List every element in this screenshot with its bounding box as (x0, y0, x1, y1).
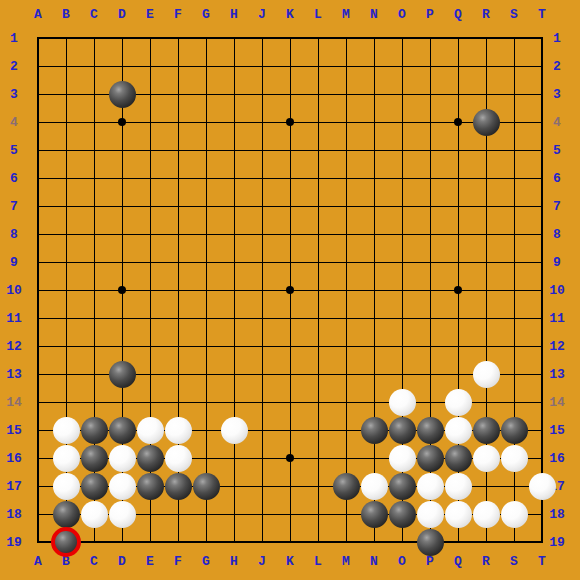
stone-white-s16[interactable] (501, 445, 528, 472)
stone-white-n17[interactable] (361, 473, 388, 500)
stone-black-c17[interactable] (81, 473, 108, 500)
stone-white-r18[interactable] (473, 501, 500, 528)
coord-label-top-g: G (202, 8, 210, 21)
stone-white-e15[interactable] (137, 417, 164, 444)
coord-label-bottom-j: J (258, 555, 266, 568)
coord-label-right-19: 19 (549, 536, 565, 549)
stone-white-p18[interactable] (417, 501, 444, 528)
coord-label-left-10: 10 (6, 284, 22, 297)
coord-label-right-11: 11 (549, 312, 565, 325)
coord-label-top-q: Q (454, 8, 462, 21)
grid-line-horizontal (37, 346, 543, 347)
coord-label-right-5: 5 (553, 144, 561, 157)
coord-label-bottom-a: A (34, 555, 42, 568)
coord-label-left-12: 12 (6, 340, 22, 353)
stone-black-p15[interactable] (417, 417, 444, 444)
coord-label-right-10: 10 (549, 284, 565, 297)
coord-label-left-3: 3 (10, 88, 18, 101)
stone-black-o15[interactable] (389, 417, 416, 444)
stone-black-o17[interactable] (389, 473, 416, 500)
stone-white-c18[interactable] (81, 501, 108, 528)
coord-label-top-t: T (538, 8, 546, 21)
coord-label-top-a: A (34, 8, 42, 21)
coord-label-left-17: 17 (6, 480, 22, 493)
coord-label-right-9: 9 (553, 256, 561, 269)
stone-black-q16[interactable] (445, 445, 472, 472)
stone-white-o14[interactable] (389, 389, 416, 416)
coord-label-bottom-e: E (146, 555, 154, 568)
coord-label-left-15: 15 (6, 424, 22, 437)
coord-label-left-1: 1 (10, 32, 18, 45)
coord-label-left-8: 8 (10, 228, 18, 241)
coord-label-top-s: S (510, 8, 518, 21)
coord-label-left-16: 16 (6, 452, 22, 465)
stone-black-r4[interactable] (473, 109, 500, 136)
coord-label-top-m: M (342, 8, 350, 21)
coord-label-top-r: R (482, 8, 490, 21)
coord-label-right-14: 14 (549, 396, 565, 409)
coord-label-top-e: E (146, 8, 154, 21)
stone-white-h15[interactable] (221, 417, 248, 444)
star-point-q4 (454, 118, 462, 126)
stone-black-o18[interactable] (389, 501, 416, 528)
coord-label-bottom-m: M (342, 555, 350, 568)
stone-black-d3[interactable] (109, 81, 136, 108)
coord-label-top-o: O (398, 8, 406, 21)
stone-white-o16[interactable] (389, 445, 416, 472)
coord-label-right-12: 12 (549, 340, 565, 353)
coord-label-right-8: 8 (553, 228, 561, 241)
stone-white-d17[interactable] (109, 473, 136, 500)
coord-label-bottom-t: T (538, 555, 546, 568)
stone-white-s18[interactable] (501, 501, 528, 528)
coord-label-left-2: 2 (10, 60, 18, 73)
coord-label-bottom-h: H (230, 555, 238, 568)
stone-black-n18[interactable] (361, 501, 388, 528)
stone-black-d15[interactable] (109, 417, 136, 444)
stone-black-r15[interactable] (473, 417, 500, 444)
stone-black-d13[interactable] (109, 361, 136, 388)
coord-label-bottom-g: G (202, 555, 210, 568)
stone-black-c15[interactable] (81, 417, 108, 444)
coord-label-right-3: 3 (553, 88, 561, 101)
coord-label-top-n: N (370, 8, 378, 21)
grid-line-vertical (346, 37, 347, 543)
coord-label-top-f: F (174, 8, 182, 21)
stone-white-b17[interactable] (53, 473, 80, 500)
go-board[interactable]: AABBCCDDEEFFGGHHJJKKLLMMNNOOPPQQRRSSTT11… (0, 0, 580, 580)
coord-label-bottom-c: C (90, 555, 98, 568)
coord-label-left-18: 18 (6, 508, 22, 521)
star-point-d10 (118, 286, 126, 294)
stone-white-q15[interactable] (445, 417, 472, 444)
coord-label-top-h: H (230, 8, 238, 21)
stone-black-g17[interactable] (193, 473, 220, 500)
star-point-k4 (286, 118, 294, 126)
star-point-k10 (286, 286, 294, 294)
stone-white-b15[interactable] (53, 417, 80, 444)
last-move-marker (51, 527, 81, 557)
stone-white-d18[interactable] (109, 501, 136, 528)
grid-line-vertical (374, 37, 375, 543)
coord-label-right-16: 16 (549, 452, 565, 465)
coord-label-right-18: 18 (549, 508, 565, 521)
stone-white-q17[interactable] (445, 473, 472, 500)
star-point-k16 (286, 454, 294, 462)
stone-black-e17[interactable] (137, 473, 164, 500)
star-point-q10 (454, 286, 462, 294)
coord-label-right-2: 2 (553, 60, 561, 73)
stone-black-s15[interactable] (501, 417, 528, 444)
coord-label-top-d: D (118, 8, 126, 21)
stone-black-p16[interactable] (417, 445, 444, 472)
coord-label-left-9: 9 (10, 256, 18, 269)
grid-line-vertical (541, 37, 543, 543)
coord-label-top-p: P (426, 8, 434, 21)
coord-label-left-19: 19 (6, 536, 22, 549)
stone-white-r16[interactable] (473, 445, 500, 472)
coord-label-right-7: 7 (553, 200, 561, 213)
coord-label-left-13: 13 (6, 368, 22, 381)
coord-label-bottom-f: F (174, 555, 182, 568)
coord-label-left-7: 7 (10, 200, 18, 213)
coord-label-bottom-d: D (118, 555, 126, 568)
stone-white-f15[interactable] (165, 417, 192, 444)
coord-label-left-11: 11 (6, 312, 22, 325)
coord-label-right-6: 6 (553, 172, 561, 185)
coord-label-bottom-n: N (370, 555, 378, 568)
coord-label-bottom-k: K (286, 555, 294, 568)
coord-label-top-j: J (258, 8, 266, 21)
stone-white-t17[interactable] (529, 473, 556, 500)
coord-label-left-5: 5 (10, 144, 18, 157)
star-point-d4 (118, 118, 126, 126)
stone-white-d16[interactable] (109, 445, 136, 472)
grid-line-horizontal (37, 541, 543, 543)
stone-white-q14[interactable] (445, 389, 472, 416)
grid-line-vertical (318, 37, 319, 543)
coord-label-right-1: 1 (553, 32, 561, 45)
coord-label-bottom-q: Q (454, 555, 462, 568)
coord-label-bottom-p: P (426, 555, 434, 568)
stone-black-b18[interactable] (53, 501, 80, 528)
coord-label-bottom-l: L (314, 555, 322, 568)
coord-label-bottom-r: R (482, 555, 490, 568)
coord-label-top-k: K (286, 8, 294, 21)
coord-label-left-4: 4 (10, 116, 18, 129)
coord-label-top-b: B (62, 8, 70, 21)
coord-label-right-13: 13 (549, 368, 565, 381)
coord-label-top-c: C (90, 8, 98, 21)
stone-white-r13[interactable] (473, 361, 500, 388)
stone-white-f16[interactable] (165, 445, 192, 472)
coord-label-bottom-s: S (510, 555, 518, 568)
coord-label-left-14: 14 (6, 396, 22, 409)
coord-label-bottom-o: O (398, 555, 406, 568)
stone-black-n15[interactable] (361, 417, 388, 444)
coord-label-right-15: 15 (549, 424, 565, 437)
grid-line-horizontal (37, 318, 543, 319)
coord-label-top-l: L (314, 8, 322, 21)
stone-white-b16[interactable] (53, 445, 80, 472)
stone-black-f17[interactable] (165, 473, 192, 500)
stone-black-m17[interactable] (333, 473, 360, 500)
stone-black-c16[interactable] (81, 445, 108, 472)
coord-label-right-4: 4 (553, 116, 561, 129)
coord-label-left-6: 6 (10, 172, 18, 185)
stone-white-p17[interactable] (417, 473, 444, 500)
stone-black-p19[interactable] (417, 529, 444, 556)
stone-black-e16[interactable] (137, 445, 164, 472)
stone-white-q18[interactable] (445, 501, 472, 528)
